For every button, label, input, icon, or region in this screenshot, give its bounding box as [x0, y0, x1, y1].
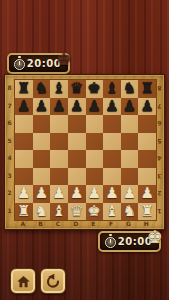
square-a2[interactable]: ♟ [15, 185, 33, 203]
white-pawn-e2[interactable]: ♟ [88, 186, 101, 201]
rank-label-left-1: 1 [5, 202, 14, 220]
square-d4[interactable] [68, 150, 86, 168]
square-b8[interactable]: ♞ [33, 80, 51, 98]
white-pawn-a2[interactable]: ♟ [17, 186, 30, 201]
white-pawn-d2[interactable]: ♟ [70, 186, 83, 201]
file-label-a: A [14, 218, 32, 229]
stopwatch-icon [105, 237, 116, 248]
square-f4[interactable] [103, 150, 121, 168]
file-label-c: C [49, 218, 67, 229]
black-knight-b8[interactable]: ♞ [35, 81, 48, 96]
rank-label-right-3: 3 [155, 167, 164, 185]
white-bishop-c1[interactable]: ♝ [52, 204, 65, 219]
black-king-e8[interactable]: ♚ [88, 81, 101, 96]
white-timer: 20:00 ♚ [98, 231, 161, 252]
square-h6[interactable] [138, 115, 156, 133]
square-c5[interactable] [50, 133, 68, 151]
rank-labels-right: 87654321 [155, 79, 164, 219]
rank-label-right-5: 5 [155, 132, 164, 150]
square-f7[interactable]: ♟ [103, 98, 121, 116]
square-g8[interactable]: ♞ [121, 80, 139, 98]
white-knight-g1[interactable]: ♞ [123, 204, 136, 219]
black-queen-d8[interactable]: ♛ [70, 81, 83, 96]
square-d3[interactable] [68, 168, 86, 186]
square-b5[interactable] [33, 133, 51, 151]
rank-label-left-2: 2 [5, 184, 14, 202]
black-pawn-e7[interactable]: ♟ [88, 99, 101, 114]
white-pawn-c2[interactable]: ♟ [52, 186, 65, 201]
square-f8[interactable]: ♝ [103, 80, 121, 98]
square-e4[interactable] [86, 150, 104, 168]
square-g3[interactable] [121, 168, 139, 186]
home-icon [16, 274, 31, 289]
square-g7[interactable]: ♟ [121, 98, 139, 116]
rank-label-right-6: 6 [155, 114, 164, 132]
black-knight-g8[interactable]: ♞ [123, 81, 136, 96]
square-a3[interactable] [15, 168, 33, 186]
square-a6[interactable] [15, 115, 33, 133]
rank-label-left-4: 4 [5, 149, 14, 167]
white-pawn-g2[interactable]: ♟ [123, 186, 136, 201]
square-g6[interactable] [121, 115, 139, 133]
square-d6[interactable] [68, 115, 86, 133]
square-a7[interactable]: ♟ [15, 98, 33, 116]
white-queen-d1[interactable]: ♛ [70, 204, 83, 219]
chess-app-screen: 20:00 ♚ 87654321 ♜♞♝♛♚♝♞♜♟♟♟♟♟♟♟♟♟♟♟♟♟♟♟… [0, 0, 169, 300]
square-c8[interactable]: ♝ [50, 80, 68, 98]
white-knight-b1[interactable]: ♞ [35, 204, 48, 219]
black-bishop-c8[interactable]: ♝ [52, 81, 65, 96]
black-pawn-c7[interactable]: ♟ [52, 99, 65, 114]
black-pawn-a7[interactable]: ♟ [17, 99, 30, 114]
square-f2[interactable]: ♟ [103, 185, 121, 203]
file-labels-bottom: ABCDEFGH [14, 218, 155, 229]
board-squares: ♜♞♝♛♚♝♞♜♟♟♟♟♟♟♟♟♟♟♟♟♟♟♟♟♜♞♝♛♚♝♞♜ [14, 79, 157, 221]
square-d8[interactable]: ♛ [68, 80, 86, 98]
stopwatch-icon [14, 59, 25, 70]
square-e5[interactable] [86, 133, 104, 151]
white-king-e1[interactable]: ♚ [88, 204, 101, 219]
rank-label-left-8: 8 [5, 79, 14, 97]
square-h5[interactable] [138, 133, 156, 151]
rank-labels-left: 87654321 [5, 79, 14, 219]
square-f3[interactable] [103, 168, 121, 186]
chess-board: 87654321 ♜♞♝♛♚♝♞♜♟♟♟♟♟♟♟♟♟♟♟♟♟♟♟♟♜♞♝♛♚♝♞… [4, 74, 165, 230]
square-d7[interactable]: ♟ [68, 98, 86, 116]
square-e3[interactable] [86, 168, 104, 186]
restart-icon [45, 273, 61, 289]
rank-label-right-2: 2 [155, 184, 164, 202]
square-g4[interactable] [121, 150, 139, 168]
square-e6[interactable] [86, 115, 104, 133]
white-pawn-h2[interactable]: ♟ [140, 186, 153, 201]
file-label-g: G [120, 218, 138, 229]
file-label-e: E [85, 218, 103, 229]
black-pawn-f7[interactable]: ♟ [105, 99, 118, 114]
white-piece-icon: ♚ [147, 228, 163, 246]
file-label-b: B [32, 218, 50, 229]
black-pawn-h7[interactable]: ♟ [140, 99, 153, 114]
black-pawn-d7[interactable]: ♟ [70, 99, 83, 114]
square-g5[interactable] [121, 133, 139, 151]
square-h8[interactable]: ♜ [138, 80, 156, 98]
black-rook-a8[interactable]: ♜ [17, 81, 30, 96]
square-e8[interactable]: ♚ [86, 80, 104, 98]
black-rook-h8[interactable]: ♜ [140, 81, 153, 96]
white-rook-h1[interactable]: ♜ [140, 204, 153, 219]
square-h3[interactable] [138, 168, 156, 186]
square-b6[interactable] [33, 115, 51, 133]
square-c7[interactable]: ♟ [50, 98, 68, 116]
rank-label-left-3: 3 [5, 167, 14, 185]
square-c6[interactable] [50, 115, 68, 133]
black-pawn-g7[interactable]: ♟ [123, 99, 136, 114]
black-piece-icon: ♚ [56, 50, 72, 68]
white-bishop-f1[interactable]: ♝ [105, 204, 118, 219]
rank-label-right-4: 4 [155, 149, 164, 167]
square-a8[interactable]: ♜ [15, 80, 33, 98]
rank-label-right-1: 1 [155, 202, 164, 220]
square-h4[interactable] [138, 150, 156, 168]
square-a4[interactable] [15, 150, 33, 168]
square-c3[interactable] [50, 168, 68, 186]
square-f5[interactable] [103, 133, 121, 151]
black-pawn-b7[interactable]: ♟ [35, 99, 48, 114]
restart-button[interactable] [40, 268, 66, 294]
white-rook-a1[interactable]: ♜ [17, 204, 30, 219]
square-d5[interactable] [68, 133, 86, 151]
square-h2[interactable]: ♟ [138, 185, 156, 203]
rank-label-right-7: 7 [155, 97, 164, 115]
file-label-d: D [67, 218, 85, 229]
file-label-f: F [102, 218, 120, 229]
square-c4[interactable] [50, 150, 68, 168]
square-c2[interactable]: ♟ [50, 185, 68, 203]
rank-label-left-6: 6 [5, 114, 14, 132]
square-b7[interactable]: ♟ [33, 98, 51, 116]
white-pawn-b2[interactable]: ♟ [35, 186, 48, 201]
rank-label-left-7: 7 [5, 97, 14, 115]
black-timer: 20:00 ♚ [7, 53, 70, 74]
square-d2[interactable]: ♟ [68, 185, 86, 203]
square-f6[interactable] [103, 115, 121, 133]
rank-label-left-5: 5 [5, 132, 14, 150]
square-b2[interactable]: ♟ [33, 185, 51, 203]
white-pawn-f2[interactable]: ♟ [105, 186, 118, 201]
black-bishop-f8[interactable]: ♝ [105, 81, 118, 96]
square-e2[interactable]: ♟ [86, 185, 104, 203]
home-button[interactable] [10, 268, 36, 294]
square-a5[interactable] [15, 133, 33, 151]
square-g2[interactable]: ♟ [121, 185, 139, 203]
square-h7[interactable]: ♟ [138, 98, 156, 116]
square-b3[interactable] [33, 168, 51, 186]
square-b4[interactable] [33, 150, 51, 168]
rank-label-right-8: 8 [155, 79, 164, 97]
square-e7[interactable]: ♟ [86, 98, 104, 116]
